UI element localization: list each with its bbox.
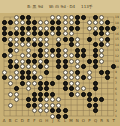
black-stone [32, 31, 37, 36]
black-stone [87, 59, 92, 64]
black-stone [50, 48, 55, 53]
coord-letter: N [76, 118, 79, 123]
coord-letter: E [27, 118, 30, 123]
white-stone [93, 20, 98, 25]
white-stone [38, 59, 43, 64]
black-stone [87, 37, 92, 42]
white-stone [38, 26, 43, 31]
white-stone [99, 15, 104, 20]
white-stone [44, 48, 49, 53]
black-stone [81, 53, 86, 58]
black-stone [2, 26, 7, 31]
white-stone [81, 86, 86, 91]
coord-letter: C [15, 118, 18, 123]
black-stone [56, 26, 61, 31]
white-stone [20, 42, 25, 47]
white-stone [99, 48, 104, 53]
white-stone [20, 20, 25, 25]
black-stone [20, 31, 25, 36]
white-stone [56, 37, 61, 42]
row-numbers: 19181716151413121110987654321 [115, 13, 120, 126]
black-stone [63, 108, 68, 113]
black-stone [93, 97, 98, 102]
coord-letter: S [106, 118, 109, 123]
black-stone [20, 70, 25, 75]
coord-number: 15 [115, 38, 119, 41]
white-stone [99, 37, 104, 42]
white-stone [87, 26, 92, 31]
black-stone [20, 37, 25, 42]
black-stone [2, 53, 7, 58]
black-stone [32, 59, 37, 64]
black-stone [8, 20, 13, 25]
white-stone [14, 48, 19, 53]
black-stone [14, 31, 19, 36]
black-stone [93, 42, 98, 47]
coord-number: 18 [115, 21, 119, 24]
black-stone [63, 86, 68, 91]
black-stone [93, 48, 98, 53]
coord-number: 14 [115, 43, 119, 46]
white-stone [87, 75, 92, 80]
black-stone [20, 81, 25, 86]
white-stone [32, 64, 37, 69]
coord-letter: B [9, 118, 12, 123]
black-stone [69, 37, 74, 42]
black-stone [26, 37, 31, 42]
black-stone [44, 70, 49, 75]
black-stone [93, 108, 98, 113]
white-stone [63, 75, 68, 80]
black-stone [75, 48, 80, 53]
black-stone [14, 64, 19, 69]
coord-number: 7 [115, 82, 117, 85]
black-stone [93, 81, 98, 86]
white-stone [69, 75, 74, 80]
coord-letter: M [69, 118, 72, 123]
black-stone [75, 26, 80, 31]
coord-number: 8 [115, 76, 117, 79]
black-stone [20, 75, 25, 80]
white-stone [69, 81, 74, 86]
black-stone [26, 15, 31, 20]
white-stone [38, 103, 43, 108]
white-stone [93, 26, 98, 31]
black-stone [87, 103, 92, 108]
coord-letter: A [3, 118, 6, 123]
white-stone [69, 31, 74, 36]
coord-number: 13 [115, 49, 119, 52]
coord-letter: Q [94, 118, 97, 123]
black-stone [38, 48, 43, 53]
white-stone [14, 70, 19, 75]
black-stone [32, 97, 37, 102]
black-stone [75, 70, 80, 75]
column-letters: ABCDEFGHJKLMNOPQRST [0, 118, 120, 126]
white-stone [44, 37, 49, 42]
black-stone [50, 92, 55, 97]
white-stone [50, 15, 55, 20]
white-stone [63, 20, 68, 25]
white-stone [69, 15, 74, 20]
coord-letter: K [58, 118, 61, 123]
black-stone [26, 75, 31, 80]
white-stone [14, 92, 19, 97]
white-stone [14, 15, 19, 20]
white-stone [8, 53, 13, 58]
white-stone [14, 75, 19, 80]
black-stone [81, 48, 86, 53]
black-stone [69, 42, 74, 47]
black-stone [32, 42, 37, 47]
white-stone [87, 70, 92, 75]
black-stone [63, 64, 68, 69]
coord-letter: D [21, 118, 24, 123]
black-stone [63, 81, 68, 86]
black-stone [20, 26, 25, 31]
white-player-info: W: 白 9d · D4 [49, 4, 75, 9]
white-stone [99, 59, 104, 64]
black-stone [26, 20, 31, 25]
black-player-info: B: 黑 9d [27, 4, 43, 9]
white-stone [14, 42, 19, 47]
coord-letter: L [64, 118, 66, 123]
black-stone [8, 42, 13, 47]
black-stone [38, 81, 43, 86]
white-stone [26, 42, 31, 47]
black-stone [81, 64, 86, 69]
coord-number: 9 [115, 71, 117, 74]
black-stone [2, 20, 7, 25]
coord-letter: F [33, 118, 35, 123]
white-stone [63, 70, 68, 75]
white-stone [63, 48, 68, 53]
black-stone [14, 86, 19, 91]
coord-letter: J [52, 118, 53, 123]
black-stone [32, 75, 37, 80]
black-stone [63, 37, 68, 42]
white-stone [8, 92, 13, 97]
white-stone [75, 81, 80, 86]
white-stone [20, 64, 25, 69]
black-stone [63, 59, 68, 64]
black-stone [75, 20, 80, 25]
white-stone [63, 15, 68, 20]
white-stone [56, 103, 61, 108]
black-stone [87, 97, 92, 102]
black-stone [93, 31, 98, 36]
white-stone [26, 64, 31, 69]
white-stone [69, 53, 74, 58]
white-stone [26, 48, 31, 53]
go-board[interactable]: ABCDEFGHJKLMNOPQRST 19181716151413121110… [0, 13, 120, 126]
black-stone [26, 59, 31, 64]
white-stone [69, 70, 74, 75]
black-stone [2, 37, 7, 42]
white-stone [69, 20, 74, 25]
white-stone [8, 37, 13, 42]
black-stone [81, 75, 86, 80]
white-stone [69, 59, 74, 64]
black-stone [105, 37, 110, 42]
coord-number: 3 [115, 104, 117, 107]
black-stone [105, 26, 110, 31]
black-stone [44, 81, 49, 86]
white-stone [32, 37, 37, 42]
white-stone [32, 108, 37, 113]
black-stone [38, 92, 43, 97]
black-stone [26, 26, 31, 31]
black-stone [8, 31, 13, 36]
black-stone [8, 48, 13, 53]
go-client-window: { "game": "go", "board_size": 19, "heade… [0, 0, 120, 126]
black-stone [8, 64, 13, 69]
black-stone [105, 70, 110, 75]
white-stone [14, 26, 19, 31]
white-stone [63, 53, 68, 58]
black-stone [50, 81, 55, 86]
black-stone [44, 92, 49, 97]
coord-number: 10 [115, 65, 119, 68]
coord-number: 4 [115, 98, 117, 101]
white-stone [8, 103, 13, 108]
black-stone [99, 70, 104, 75]
coord-number: 5 [115, 93, 117, 96]
white-stone [44, 103, 49, 108]
black-stone [69, 86, 74, 91]
white-stone [20, 59, 25, 64]
white-stone [75, 86, 80, 91]
white-stone [87, 20, 92, 25]
black-stone [93, 103, 98, 108]
black-stone [56, 59, 61, 64]
white-stone [75, 92, 80, 97]
black-stone [20, 15, 25, 20]
black-stone [81, 92, 86, 97]
coord-number: 6 [115, 87, 117, 90]
black-stone [75, 15, 80, 20]
white-stone [75, 75, 80, 80]
white-stone [14, 20, 19, 25]
white-stone [75, 42, 80, 47]
coord-number: 1 [115, 115, 117, 118]
white-stone [8, 75, 13, 80]
white-stone [20, 53, 25, 58]
black-stone [26, 70, 31, 75]
coord-letter: P [88, 118, 90, 123]
coord-letter: R [100, 118, 103, 123]
white-stone [14, 59, 19, 64]
coord-number: 19 [115, 16, 119, 19]
white-stone [38, 37, 43, 42]
coord-number: 2 [115, 109, 117, 112]
black-stone [93, 15, 98, 20]
white-stone [2, 70, 7, 75]
black-stone [75, 53, 80, 58]
coord-number: 12 [115, 54, 119, 57]
white-stone [50, 103, 55, 108]
white-stone [26, 81, 31, 86]
black-stone [69, 26, 74, 31]
white-stone [63, 26, 68, 31]
white-stone [14, 37, 19, 42]
black-stone [50, 26, 55, 31]
black-stone [93, 53, 98, 58]
black-stone [44, 59, 49, 64]
black-stone [93, 59, 98, 64]
black-stone [93, 86, 98, 91]
white-stone [8, 81, 13, 86]
coord-letter: G [39, 118, 42, 123]
black-stone [87, 92, 92, 97]
white-stone [75, 59, 80, 64]
white-stone [14, 97, 19, 102]
black-stone [32, 26, 37, 31]
white-stone [75, 64, 80, 69]
black-stone [56, 48, 61, 53]
move-count: 113手 [81, 4, 93, 9]
coord-letter: O [82, 118, 85, 123]
coord-number: 16 [115, 32, 119, 35]
black-stone [32, 92, 37, 97]
coord-letter: H [45, 118, 48, 123]
black-stone [32, 103, 37, 108]
white-stone [63, 31, 68, 36]
white-stone [56, 15, 61, 20]
white-stone [26, 86, 31, 91]
game-info-bar: B: 黑 9d W: 白 9d · D4 113手 [0, 0, 120, 13]
black-stone [2, 31, 7, 36]
white-stone [26, 53, 31, 58]
white-stone [32, 81, 37, 86]
black-stone [26, 103, 31, 108]
white-stone [26, 31, 31, 36]
black-stone [99, 26, 104, 31]
white-stone [44, 26, 49, 31]
black-stone [8, 59, 13, 64]
black-stone [69, 92, 74, 97]
black-stone [32, 53, 37, 58]
black-stone [2, 75, 7, 80]
coord-number: 11 [115, 60, 119, 63]
black-stone [32, 20, 37, 25]
black-stone [81, 15, 86, 20]
white-stone [75, 37, 80, 42]
white-stone [32, 70, 37, 75]
black-stone [26, 97, 31, 102]
black-stone [93, 64, 98, 69]
coord-number: 17 [115, 27, 119, 30]
